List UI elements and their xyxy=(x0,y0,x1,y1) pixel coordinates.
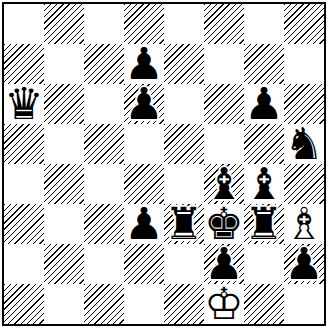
piece-black-knight: ♞ xyxy=(284,122,323,166)
square-c2[interactable] xyxy=(84,244,124,284)
square-e3[interactable]: ♜ xyxy=(164,204,204,244)
piece-black-queen: ♛ xyxy=(4,82,43,126)
black-queen-glyph: ♛ xyxy=(4,78,43,129)
square-f8[interactable] xyxy=(204,4,244,44)
square-h7[interactable] xyxy=(284,44,324,84)
square-f6[interactable] xyxy=(204,84,244,124)
square-d2[interactable] xyxy=(124,244,164,284)
black-rook-glyph: ♜ xyxy=(244,198,283,249)
chess-board: ♟♛♟♟♞♝♝♟♜♚♜♝♗♟♟♚♔ xyxy=(4,4,324,324)
square-e7[interactable] xyxy=(164,44,204,84)
square-a4[interactable] xyxy=(4,164,44,204)
piece-white-king: ♚♔ xyxy=(204,282,243,326)
square-e5[interactable] xyxy=(164,124,204,164)
square-d1[interactable] xyxy=(124,284,164,324)
square-b1[interactable] xyxy=(44,284,84,324)
square-c1[interactable] xyxy=(84,284,124,324)
square-d5[interactable] xyxy=(124,124,164,164)
square-c3[interactable] xyxy=(84,204,124,244)
square-b6[interactable] xyxy=(44,84,84,124)
square-g2[interactable] xyxy=(244,244,284,284)
black-knight-glyph: ♞ xyxy=(284,118,323,169)
black-pawn-glyph: ♟ xyxy=(244,78,283,129)
square-a6[interactable]: ♛ xyxy=(4,84,44,124)
square-a8[interactable] xyxy=(4,4,44,44)
square-g1[interactable] xyxy=(244,284,284,324)
square-h2[interactable]: ♟ xyxy=(284,244,324,284)
black-pawn-glyph: ♟ xyxy=(124,198,163,249)
square-d3[interactable]: ♟ xyxy=(124,204,164,244)
square-c8[interactable] xyxy=(84,4,124,44)
square-b3[interactable] xyxy=(44,204,84,244)
white-king-glyph: ♔ xyxy=(204,278,243,329)
square-a2[interactable] xyxy=(4,244,44,284)
square-f1[interactable]: ♚♔ xyxy=(204,284,244,324)
square-a3[interactable] xyxy=(4,204,44,244)
square-f7[interactable] xyxy=(204,44,244,84)
black-pawn-glyph: ♟ xyxy=(284,238,323,289)
square-e2[interactable] xyxy=(164,244,204,284)
black-rook-glyph: ♜ xyxy=(164,198,203,249)
square-h1[interactable] xyxy=(284,284,324,324)
chess-diagram-frame: ♟♛♟♟♞♝♝♟♜♚♜♝♗♟♟♚♔ xyxy=(2,2,326,326)
square-b5[interactable] xyxy=(44,124,84,164)
square-e1[interactable] xyxy=(164,284,204,324)
square-c7[interactable] xyxy=(84,44,124,84)
black-pawn-glyph: ♟ xyxy=(124,78,163,129)
piece-black-rook: ♜ xyxy=(244,202,283,246)
square-a1[interactable] xyxy=(4,284,44,324)
square-h5[interactable]: ♞ xyxy=(284,124,324,164)
piece-black-rook: ♜ xyxy=(164,202,203,246)
piece-black-pawn: ♟ xyxy=(124,202,163,246)
piece-black-pawn: ♟ xyxy=(284,242,323,286)
square-c5[interactable] xyxy=(84,124,124,164)
square-c4[interactable] xyxy=(84,164,124,204)
square-b4[interactable] xyxy=(44,164,84,204)
square-e6[interactable] xyxy=(164,84,204,124)
square-g8[interactable] xyxy=(244,4,284,44)
square-g6[interactable]: ♟ xyxy=(244,84,284,124)
square-b2[interactable] xyxy=(44,244,84,284)
square-a5[interactable] xyxy=(4,124,44,164)
square-c6[interactable] xyxy=(84,84,124,124)
square-e8[interactable] xyxy=(164,4,204,44)
piece-black-pawn: ♟ xyxy=(124,82,163,126)
piece-black-pawn: ♟ xyxy=(244,82,283,126)
square-b7[interactable] xyxy=(44,44,84,84)
square-b8[interactable] xyxy=(44,4,84,44)
square-g3[interactable]: ♜ xyxy=(244,204,284,244)
square-d6[interactable]: ♟ xyxy=(124,84,164,124)
square-h8[interactable] xyxy=(284,4,324,44)
